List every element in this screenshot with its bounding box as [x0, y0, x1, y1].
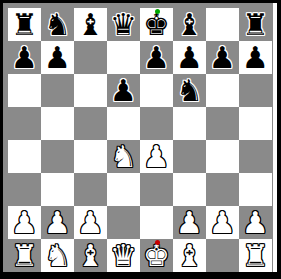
- square-g4[interactable]: [206, 140, 239, 173]
- square-g5[interactable]: [206, 107, 239, 140]
- black-knight-b8[interactable]: ♞: [41, 8, 74, 41]
- square-h4[interactable]: [239, 140, 272, 173]
- square-e4[interactable]: ♟: [140, 140, 173, 173]
- black-bishop-c8[interactable]: ♝: [74, 8, 107, 41]
- square-d2[interactable]: [107, 206, 140, 239]
- white-pawn-e4[interactable]: ♟: [140, 140, 173, 173]
- square-d5[interactable]: [107, 107, 140, 140]
- square-f7[interactable]: ♟: [173, 41, 206, 74]
- square-h1[interactable]: ♜: [239, 239, 272, 272]
- white-knight-d4[interactable]: ♞: [107, 140, 140, 173]
- black-pawn-g7[interactable]: ♟: [206, 41, 239, 74]
- king-marker-dot-e8: [155, 9, 160, 14]
- square-f2[interactable]: ♟: [173, 206, 206, 239]
- square-c8[interactable]: ♝: [74, 8, 107, 41]
- black-pawn-b7[interactable]: ♟: [41, 41, 74, 74]
- square-f6[interactable]: ♞: [173, 74, 206, 107]
- square-e8[interactable]: ♚: [140, 8, 173, 41]
- black-pawn-e7[interactable]: ♟: [140, 41, 173, 74]
- square-f1[interactable]: ♝: [173, 239, 206, 272]
- square-g7[interactable]: ♟: [206, 41, 239, 74]
- square-h7[interactable]: ♟: [239, 41, 272, 74]
- black-bishop-f8[interactable]: ♝: [173, 8, 206, 41]
- square-e5[interactable]: [140, 107, 173, 140]
- square-f3[interactable]: [173, 173, 206, 206]
- square-h6[interactable]: [239, 74, 272, 107]
- black-queen-d8[interactable]: ♛: [107, 8, 140, 41]
- white-pawn-a2[interactable]: ♟: [8, 206, 41, 239]
- white-queen-d1[interactable]: ♛: [107, 239, 140, 272]
- black-pawn-a7[interactable]: ♟: [8, 41, 41, 74]
- square-g8[interactable]: [206, 8, 239, 41]
- square-g2[interactable]: ♟: [206, 206, 239, 239]
- square-d7[interactable]: [107, 41, 140, 74]
- white-bishop-f1[interactable]: ♝: [173, 239, 206, 272]
- white-pawn-c2[interactable]: ♟: [74, 206, 107, 239]
- square-e1[interactable]: ♚: [140, 239, 173, 272]
- square-a3[interactable]: [8, 173, 41, 206]
- square-e3[interactable]: [140, 173, 173, 206]
- square-g3[interactable]: [206, 173, 239, 206]
- square-a8[interactable]: ♜: [8, 8, 41, 41]
- square-d3[interactable]: [107, 173, 140, 206]
- square-g1[interactable]: [206, 239, 239, 272]
- square-d4[interactable]: ♞: [107, 140, 140, 173]
- square-a4[interactable]: [8, 140, 41, 173]
- white-knight-b1[interactable]: ♞: [41, 239, 74, 272]
- black-pawn-d6[interactable]: ♟: [107, 74, 140, 107]
- square-h3[interactable]: [239, 173, 272, 206]
- square-c2[interactable]: ♟: [74, 206, 107, 239]
- square-b7[interactable]: ♟: [41, 41, 74, 74]
- square-d8[interactable]: ♛: [107, 8, 140, 41]
- board-edge-highlight: [273, 3, 277, 272]
- square-c4[interactable]: [74, 140, 107, 173]
- square-e6[interactable]: [140, 74, 173, 107]
- square-a2[interactable]: ♟: [8, 206, 41, 239]
- square-a7[interactable]: ♟: [8, 41, 41, 74]
- square-f5[interactable]: [173, 107, 206, 140]
- white-pawn-f2[interactable]: ♟: [173, 206, 206, 239]
- white-rook-h1[interactable]: ♜: [239, 239, 272, 272]
- white-bishop-c1[interactable]: ♝: [74, 239, 107, 272]
- square-a6[interactable]: [8, 74, 41, 107]
- square-b8[interactable]: ♞: [41, 8, 74, 41]
- white-rook-a1[interactable]: ♜: [8, 239, 41, 272]
- chess-board: ♜♞♝♛♚♝♜♟♟♟♟♟♟♟♞♞♟♟♟♟♟♟♟♜♞♝♛♚♝♜: [8, 8, 272, 272]
- square-e2[interactable]: [140, 206, 173, 239]
- square-c1[interactable]: ♝: [74, 239, 107, 272]
- square-c6[interactable]: [74, 74, 107, 107]
- black-rook-h8[interactable]: ♜: [239, 8, 272, 41]
- square-h5[interactable]: [239, 107, 272, 140]
- chess-window: ♜♞♝♛♚♝♜♟♟♟♟♟♟♟♞♞♟♟♟♟♟♟♟♜♞♝♛♚♝♜: [0, 0, 281, 279]
- square-c7[interactable]: [74, 41, 107, 74]
- king-marker-dot-e1: [155, 240, 160, 245]
- square-b2[interactable]: ♟: [41, 206, 74, 239]
- square-b5[interactable]: [41, 107, 74, 140]
- white-pawn-b2[interactable]: ♟: [41, 206, 74, 239]
- black-rook-a8[interactable]: ♜: [8, 8, 41, 41]
- square-g6[interactable]: [206, 74, 239, 107]
- square-c5[interactable]: [74, 107, 107, 140]
- square-a5[interactable]: [8, 107, 41, 140]
- square-f8[interactable]: ♝: [173, 8, 206, 41]
- square-b1[interactable]: ♞: [41, 239, 74, 272]
- square-c3[interactable]: [74, 173, 107, 206]
- square-d6[interactable]: ♟: [107, 74, 140, 107]
- square-h8[interactable]: ♜: [239, 8, 272, 41]
- square-b4[interactable]: [41, 140, 74, 173]
- black-pawn-f7[interactable]: ♟: [173, 41, 206, 74]
- square-e7[interactable]: ♟: [140, 41, 173, 74]
- square-b6[interactable]: [41, 74, 74, 107]
- white-pawn-h2[interactable]: ♟: [239, 206, 272, 239]
- square-d1[interactable]: ♛: [107, 239, 140, 272]
- square-f4[interactable]: [173, 140, 206, 173]
- square-a1[interactable]: ♜: [8, 239, 41, 272]
- square-h2[interactable]: ♟: [239, 206, 272, 239]
- black-knight-f6[interactable]: ♞: [173, 74, 206, 107]
- black-pawn-h7[interactable]: ♟: [239, 41, 272, 74]
- white-pawn-g2[interactable]: ♟: [206, 206, 239, 239]
- square-b3[interactable]: [41, 173, 74, 206]
